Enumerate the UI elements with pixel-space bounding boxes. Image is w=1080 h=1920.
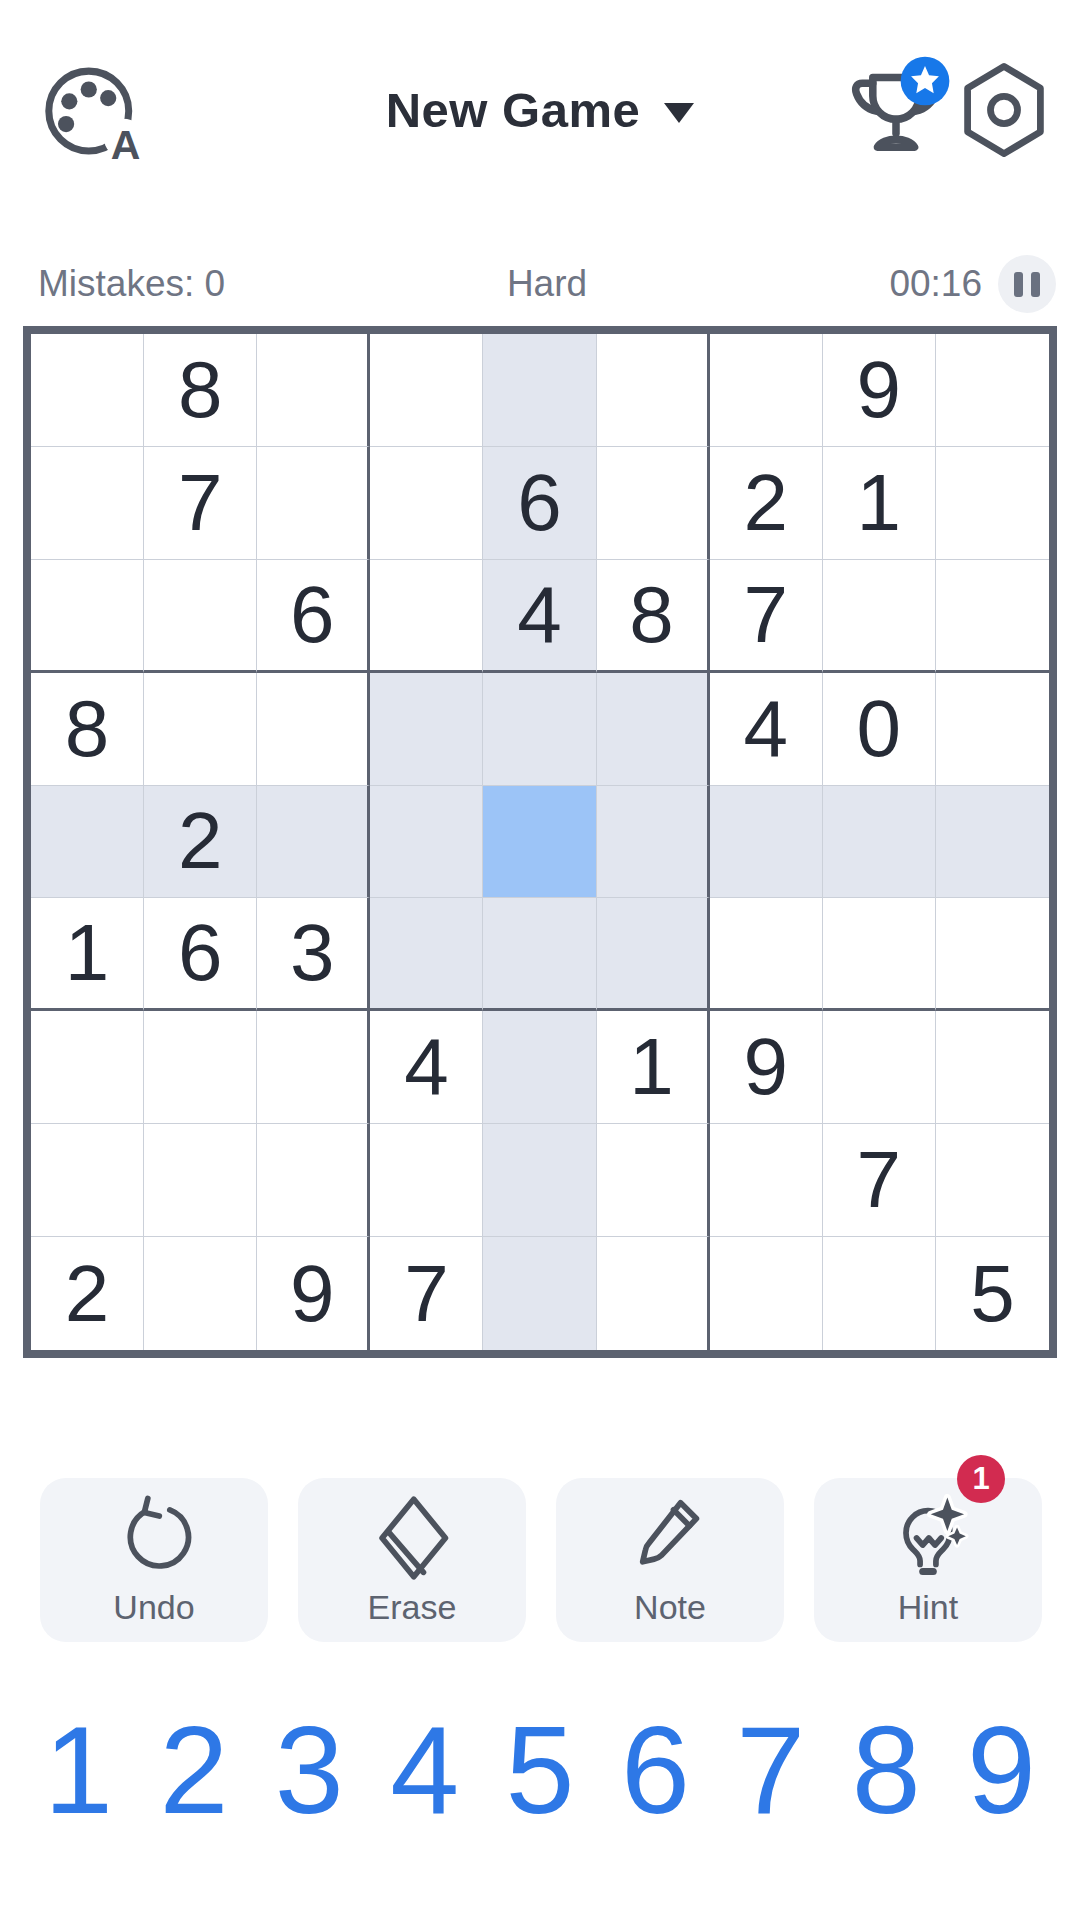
cell-r1c9[interactable]: [936, 334, 1049, 447]
cell-r8c1[interactable]: [31, 1124, 144, 1237]
cell-r4c9[interactable]: [936, 673, 1049, 786]
cell-r4c7[interactable]: 4: [710, 673, 823, 786]
cell-r5c2[interactable]: 2: [144, 786, 257, 899]
cell-r7c3[interactable]: [257, 1011, 370, 1124]
awards-button[interactable]: [838, 52, 954, 168]
page-title: New Game: [386, 82, 641, 138]
cell-r3c1[interactable]: [31, 560, 144, 673]
cell-r6c6[interactable]: [597, 898, 710, 1011]
cell-r4c4[interactable]: [370, 673, 483, 786]
erase-button[interactable]: Erase: [298, 1478, 526, 1642]
cell-r9c6[interactable]: [597, 1237, 710, 1350]
cell-r5c5[interactable]: [483, 786, 596, 899]
cell-r2c8[interactable]: 1: [823, 447, 936, 560]
numpad-6[interactable]: 6: [621, 1708, 690, 1832]
cell-r6c5[interactable]: [483, 898, 596, 1011]
note-button[interactable]: Note: [556, 1478, 784, 1642]
cell-r5c6[interactable]: [597, 786, 710, 899]
cell-r4c6[interactable]: [597, 673, 710, 786]
eraser-icon: [368, 1494, 456, 1582]
cell-r4c3[interactable]: [257, 673, 370, 786]
cell-r3c3[interactable]: 6: [257, 560, 370, 673]
cell-r7c2[interactable]: [144, 1011, 257, 1124]
cell-r3c5[interactable]: 4: [483, 560, 596, 673]
cell-r7c8[interactable]: [823, 1011, 936, 1124]
cell-r2c2[interactable]: 7: [144, 447, 257, 560]
cell-r8c3[interactable]: [257, 1124, 370, 1237]
cell-r9c4[interactable]: 7: [370, 1237, 483, 1350]
numpad-3[interactable]: 3: [275, 1708, 344, 1832]
toolbar: Undo Erase Note Hint 1: [40, 1478, 1042, 1642]
cell-r2c7[interactable]: 2: [710, 447, 823, 560]
cell-r7c5[interactable]: [483, 1011, 596, 1124]
cell-r7c1[interactable]: [31, 1011, 144, 1124]
chevron-down-icon: [664, 103, 694, 123]
cell-r3c9[interactable]: [936, 560, 1049, 673]
difficulty-label: Hard: [377, 263, 716, 305]
cell-r8c7[interactable]: [710, 1124, 823, 1237]
cell-r8c9[interactable]: [936, 1124, 1049, 1237]
cell-r3c6[interactable]: 8: [597, 560, 710, 673]
cell-r4c5[interactable]: [483, 673, 596, 786]
cell-r5c3[interactable]: [257, 786, 370, 899]
number-pad: 123456789: [44, 1700, 1036, 1840]
lightbulb-sparkle-icon: [884, 1494, 972, 1582]
cell-r1c6[interactable]: [597, 334, 710, 447]
status-bar: Mistakes: 0 Hard 00:16: [38, 252, 1056, 316]
cell-r9c1[interactable]: 2: [31, 1237, 144, 1350]
cell-r6c7[interactable]: [710, 898, 823, 1011]
cell-r7c4[interactable]: 4: [370, 1011, 483, 1124]
cell-r2c3[interactable]: [257, 447, 370, 560]
cell-r2c1[interactable]: [31, 447, 144, 560]
settings-button[interactable]: [952, 58, 1056, 162]
cell-r5c7[interactable]: [710, 786, 823, 899]
numpad-7[interactable]: 7: [736, 1708, 805, 1832]
cell-r1c1[interactable]: [31, 334, 144, 447]
cell-r9c8[interactable]: [823, 1237, 936, 1350]
cell-r6c3[interactable]: 3: [257, 898, 370, 1011]
cell-r1c8[interactable]: 9: [823, 334, 936, 447]
pencil-icon: [626, 1494, 714, 1582]
cell-r9c3[interactable]: 9: [257, 1237, 370, 1350]
cell-r5c8[interactable]: [823, 786, 936, 899]
pause-icon: [1014, 272, 1023, 297]
cell-r3c8[interactable]: [823, 560, 936, 673]
cell-r2c5[interactable]: 6: [483, 447, 596, 560]
hint-badge: 1: [957, 1455, 1005, 1503]
cell-r4c8[interactable]: 0: [823, 673, 936, 786]
erase-label: Erase: [368, 1588, 457, 1627]
cell-r7c6[interactable]: 1: [597, 1011, 710, 1124]
cell-r2c6[interactable]: [597, 447, 710, 560]
cell-r9c2[interactable]: [144, 1237, 257, 1350]
cell-r6c2[interactable]: 6: [144, 898, 257, 1011]
sudoku-grid: 8976216487840216341972975: [23, 326, 1057, 1358]
cell-r6c1[interactable]: 1: [31, 898, 144, 1011]
note-label: Note: [634, 1588, 706, 1627]
timer: 00:16: [889, 263, 982, 305]
cell-r9c7[interactable]: [710, 1237, 823, 1350]
undo-label: Undo: [113, 1588, 194, 1627]
cell-r8c6[interactable]: [597, 1124, 710, 1237]
cell-r3c4[interactable]: [370, 560, 483, 673]
cell-r2c9[interactable]: [936, 447, 1049, 560]
cell-r8c2[interactable]: [144, 1124, 257, 1237]
cell-r1c3[interactable]: [257, 334, 370, 447]
numpad-5[interactable]: 5: [506, 1708, 575, 1832]
cell-r5c4[interactable]: [370, 786, 483, 899]
trophy-icon: [838, 52, 954, 168]
undo-button[interactable]: Undo: [40, 1478, 268, 1642]
cell-r5c1[interactable]: [31, 786, 144, 899]
numpad-4[interactable]: 4: [390, 1708, 459, 1832]
cell-r1c5[interactable]: [483, 334, 596, 447]
mistakes-counter: Mistakes: 0: [38, 263, 377, 305]
numpad-2[interactable]: 2: [159, 1708, 228, 1832]
cell-r1c4[interactable]: [370, 334, 483, 447]
cell-r8c8[interactable]: 7: [823, 1124, 936, 1237]
hint-button[interactable]: Hint 1: [814, 1478, 1042, 1642]
cell-r7c7[interactable]: 9: [710, 1011, 823, 1124]
cell-r6c8[interactable]: [823, 898, 936, 1011]
cell-r1c2[interactable]: 8: [144, 334, 257, 447]
cell-r6c9[interactable]: [936, 898, 1049, 1011]
cell-r5c9[interactable]: [936, 786, 1049, 899]
cell-r7c9[interactable]: [936, 1011, 1049, 1124]
hint-label: Hint: [898, 1588, 958, 1627]
numpad-1[interactable]: 1: [44, 1708, 113, 1832]
cell-r4c1[interactable]: 8: [31, 673, 144, 786]
gear-icon: [952, 58, 1056, 162]
cell-r9c5[interactable]: [483, 1237, 596, 1350]
undo-icon: [110, 1494, 198, 1582]
numpad-8[interactable]: 8: [852, 1708, 921, 1832]
cell-r3c2[interactable]: [144, 560, 257, 673]
cell-r4c2[interactable]: [144, 673, 257, 786]
cell-r3c7[interactable]: 7: [710, 560, 823, 673]
pause-button[interactable]: [998, 255, 1056, 313]
cell-r2c4[interactable]: [370, 447, 483, 560]
cell-r8c4[interactable]: [370, 1124, 483, 1237]
cell-r8c5[interactable]: [483, 1124, 596, 1237]
top-bar: A New Game: [0, 0, 1080, 170]
cell-r9c9[interactable]: 5: [936, 1237, 1049, 1350]
cell-r6c4[interactable]: [370, 898, 483, 1011]
numpad-9[interactable]: 9: [967, 1708, 1036, 1832]
cell-r1c7[interactable]: [710, 334, 823, 447]
